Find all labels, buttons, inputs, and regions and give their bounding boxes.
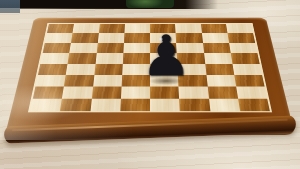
square-c2[interactable] bbox=[91, 87, 121, 99]
square-h3[interactable] bbox=[234, 75, 265, 87]
square-a4[interactable] bbox=[38, 64, 68, 75]
square-h6[interactable] bbox=[229, 43, 257, 53]
square-a7[interactable] bbox=[45, 33, 73, 43]
square-b1[interactable] bbox=[60, 99, 91, 112]
square-b3[interactable] bbox=[64, 75, 94, 87]
pawn-specular-highlight bbox=[159, 37, 163, 42]
square-h5[interactable] bbox=[231, 53, 260, 64]
square-c1[interactable] bbox=[90, 99, 121, 112]
square-b7[interactable] bbox=[71, 33, 98, 43]
square-c8[interactable] bbox=[98, 24, 124, 33]
square-c7[interactable] bbox=[97, 33, 124, 43]
square-b6[interactable] bbox=[69, 43, 97, 53]
square-b2[interactable] bbox=[62, 87, 93, 99]
square-g3[interactable] bbox=[206, 75, 236, 87]
square-a5[interactable] bbox=[40, 53, 69, 64]
square-a3[interactable] bbox=[35, 75, 66, 87]
dark-backdrop bbox=[0, 0, 218, 9]
plant-foliage bbox=[126, 0, 174, 8]
square-g5[interactable] bbox=[204, 53, 233, 64]
photo-scene: ♟ bbox=[0, 0, 300, 169]
square-g1[interactable] bbox=[209, 99, 240, 112]
square-f1[interactable] bbox=[179, 99, 210, 112]
square-g7[interactable] bbox=[202, 33, 229, 43]
square-h4[interactable] bbox=[232, 64, 262, 75]
square-g6[interactable] bbox=[203, 43, 231, 53]
square-f2[interactable] bbox=[179, 87, 209, 99]
blue-grey-wall-panel bbox=[0, 0, 20, 13]
square-e2[interactable] bbox=[150, 87, 179, 99]
black-pawn[interactable]: ♟ bbox=[138, 27, 194, 85]
square-g2[interactable] bbox=[207, 87, 238, 99]
square-c5[interactable] bbox=[95, 53, 123, 64]
square-c4[interactable] bbox=[94, 64, 123, 75]
square-b8[interactable] bbox=[73, 24, 100, 33]
square-a2[interactable] bbox=[33, 87, 64, 99]
square-d2[interactable] bbox=[121, 87, 150, 99]
square-b4[interactable] bbox=[66, 64, 95, 75]
square-c6[interactable] bbox=[96, 43, 123, 53]
square-d1[interactable] bbox=[120, 99, 150, 112]
square-h1[interactable] bbox=[238, 99, 270, 112]
square-h7[interactable] bbox=[227, 33, 255, 43]
square-a8[interactable] bbox=[47, 24, 74, 33]
square-h8[interactable] bbox=[226, 24, 253, 33]
square-h2[interactable] bbox=[236, 87, 267, 99]
square-a1[interactable] bbox=[30, 99, 62, 112]
square-b5[interactable] bbox=[68, 53, 97, 64]
square-e1[interactable] bbox=[150, 99, 180, 112]
square-c3[interactable] bbox=[93, 75, 122, 87]
square-g8[interactable] bbox=[201, 24, 228, 33]
square-g4[interactable] bbox=[205, 64, 234, 75]
square-a6[interactable] bbox=[43, 43, 71, 53]
